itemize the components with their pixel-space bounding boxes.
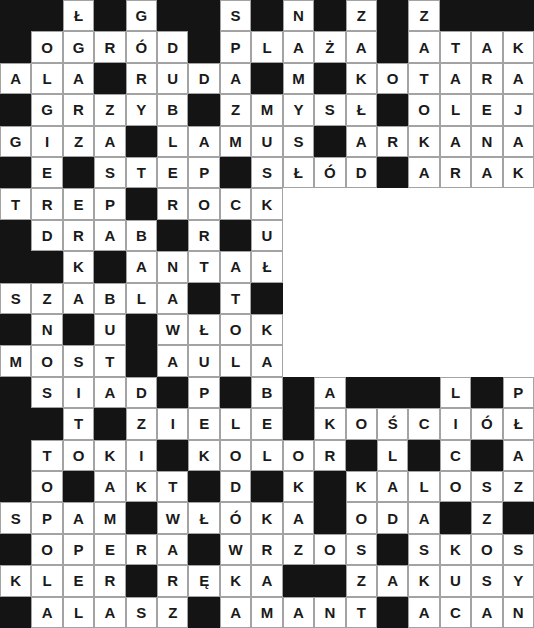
letter-cell-r18-c1[interactable]: L [31,565,62,596]
letter-cell-r1-c11[interactable]: A [346,31,377,62]
blocked-cell-r18-c10 [314,565,345,596]
letter-cell-r1-c4[interactable]: Ó [126,31,157,62]
blocked-cell-r5-c7 [220,157,251,188]
blocked-cell-r17-c0 [0,534,31,565]
letter-cell-r5-c1[interactable]: E [31,157,62,188]
letter-cell-r14-c10[interactable]: R [314,440,345,471]
letter-cell-r4-c2[interactable]: Z [63,126,94,157]
letter-cell-r7-c1[interactable]: D [31,220,62,251]
letter-cell-r6-c8[interactable]: K [251,188,282,219]
letter-cell-r4-c13[interactable]: K [408,126,439,157]
blocked-cell-r3-c0 [0,94,31,125]
letter-cell-r12-c16[interactable]: P [503,377,534,408]
letter-cell-r3-c3[interactable]: Z [94,94,125,125]
blocked-cell-r14-c13 [408,440,439,471]
letter-cell-r19-c11[interactable]: T [346,597,377,628]
blocked-cell-r0-c5 [157,0,188,31]
letter-cell-r0-c7[interactable]: S [220,0,251,31]
letter-cell-r4-c7[interactable]: M [220,126,251,157]
letter-cell-r5-c5[interactable]: E [157,157,188,188]
letter-cell-r13-c11[interactable]: O [346,408,377,439]
void-r11-c10 [314,345,345,376]
letter-cell-r15-c9[interactable]: K [283,471,314,502]
blocked-cell-r19-c0 [0,597,31,628]
letter-cell-r4-c8[interactable]: U [251,126,282,157]
letter-cell-r5-c9[interactable]: Ł [283,157,314,188]
letter-cell-r1-c14[interactable]: T [440,31,471,62]
letter-cell-r13-c8[interactable]: E [251,408,282,439]
letter-cell-r1-c10[interactable]: Ż [314,31,345,62]
letter-cell-r15-c3[interactable]: A [94,471,125,502]
void-r11-c12 [377,345,408,376]
void-r6-c9 [283,188,314,219]
letter-cell-r4-c9[interactable]: S [283,126,314,157]
blocked-cell-r4-c10 [314,126,345,157]
letter-cell-r1-c3[interactable]: R [94,31,125,62]
blocked-cell-r14-c15 [471,440,502,471]
letter-cell-r8-c8[interactable]: Ł [251,251,282,282]
letter-cell-r16-c13[interactable]: A [408,502,439,533]
letter-cell-r14-c3[interactable]: K [94,440,125,471]
letter-cell-r19-c5[interactable]: Z [157,597,188,628]
letter-cell-r17-c7[interactable]: W [220,534,251,565]
void-r9-c10 [314,283,345,314]
letter-cell-r13-c2[interactable]: T [63,408,94,439]
letter-cell-r7-c3[interactable]: A [94,220,125,251]
letter-cell-r12-c3[interactable]: A [94,377,125,408]
letter-cell-r19-c15[interactable]: A [471,597,502,628]
void-r9-c14 [440,283,471,314]
void-r7-c15 [471,220,502,251]
letter-cell-r11-c3[interactable]: T [94,345,125,376]
letter-cell-r10-c7[interactable]: O [220,314,251,345]
letter-cell-r3-c13[interactable]: O [408,94,439,125]
letter-cell-r4-c11[interactable]: A [346,126,377,157]
letter-cell-r9-c4[interactable]: L [126,283,157,314]
void-r6-c13 [408,188,439,219]
letter-cell-r11-c7[interactable]: L [220,345,251,376]
void-r10-c12 [377,314,408,345]
letter-cell-r18-c12[interactable]: A [377,565,408,596]
letter-cell-r13-c7[interactable]: L [220,408,251,439]
letter-cell-r3-c10[interactable]: S [314,94,345,125]
letter-cell-r19-c16[interactable]: N [503,597,534,628]
letter-cell-r2-c13[interactable]: T [408,63,439,94]
letter-cell-r7-c6[interactable]: R [188,220,219,251]
letter-cell-r17-c1[interactable]: O [31,534,62,565]
blocked-cell-r11-c4 [126,345,157,376]
letter-cell-r16-c8[interactable]: K [251,502,282,533]
letter-cell-r1-c8[interactable]: L [251,31,282,62]
void-r11-c14 [440,345,471,376]
letter-cell-r3-c2[interactable]: R [63,94,94,125]
void-r10-c13 [408,314,439,345]
letter-cell-r19-c10[interactable]: N [314,597,345,628]
letter-cell-r1-c1[interactable]: O [31,31,62,62]
blocked-cell-r12-c7 [220,377,251,408]
letter-cell-r18-c5[interactable]: R [157,565,188,596]
void-r8-c12 [377,251,408,282]
letter-cell-r16-c11[interactable]: O [346,502,377,533]
void-r6-c14 [440,188,471,219]
letter-cell-r13-c15[interactable]: Ó [471,408,502,439]
letter-cell-r2-c1[interactable]: L [31,63,62,94]
letter-cell-r1-c9[interactable]: A [283,31,314,62]
void-r8-c13 [408,251,439,282]
letter-cell-r16-c7[interactable]: Ó [220,502,251,533]
letter-cell-r4-c0[interactable]: G [0,126,31,157]
blocked-cell-r15-c8 [251,471,282,502]
letter-cell-r19-c14[interactable]: C [440,597,471,628]
letter-cell-r5-c14[interactable]: R [440,157,471,188]
blocked-cell-r17-c12 [377,534,408,565]
letter-cell-r1-c7[interactable]: P [220,31,251,62]
letter-cell-r9-c0[interactable]: S [0,283,31,314]
void-r8-c14 [440,251,471,282]
letter-cell-r15-c7[interactable]: D [220,471,251,502]
letter-cell-r15-c15[interactable]: S [471,471,502,502]
letter-cell-r16-c6[interactable]: Ł [188,502,219,533]
letter-cell-r14-c1[interactable]: T [31,440,62,471]
letter-cell-r11-c1[interactable]: O [31,345,62,376]
letter-cell-r13-c14[interactable]: I [440,408,471,439]
void-r7-c16 [503,220,534,251]
blocked-cell-r16-c16 [503,502,534,533]
letter-cell-r6-c1[interactable]: R [31,188,62,219]
letter-cell-r10-c1[interactable]: N [31,314,62,345]
letter-cell-r18-c16[interactable]: Y [503,565,534,596]
letter-cell-r18-c8[interactable]: A [251,565,282,596]
letter-cell-r2-c12[interactable]: O [377,63,408,94]
letter-cell-r19-c2[interactable]: L [63,597,94,628]
letter-cell-r5-c13[interactable]: A [408,157,439,188]
letter-cell-r3-c5[interactable]: B [157,94,188,125]
letter-cell-r3-c4[interactable]: Y [126,94,157,125]
letter-cell-r4-c14[interactable]: A [440,126,471,157]
letter-cell-r18-c14[interactable]: U [440,565,471,596]
blocked-cell-r0-c6 [188,0,219,31]
letter-cell-r6-c2[interactable]: E [63,188,94,219]
letter-cell-r12-c14[interactable]: L [440,377,471,408]
letter-cell-r0-c9[interactable]: N [283,0,314,31]
blocked-cell-r13-c3 [94,408,125,439]
letter-cell-r11-c8[interactable]: A [251,345,282,376]
blocked-cell-r2-c3 [94,63,125,94]
letter-cell-r15-c4[interactable]: K [126,471,157,502]
letter-cell-r13-c16[interactable]: Ł [503,408,534,439]
letter-cell-r16-c1[interactable]: P [31,502,62,533]
letter-cell-r2-c16[interactable]: A [503,63,534,94]
void-r7-c11 [346,220,377,251]
letter-cell-r16-c3[interactable]: M [94,502,125,533]
letter-cell-r12-c1[interactable]: S [31,377,62,408]
letter-cell-r14-c2[interactable]: O [63,440,94,471]
letter-cell-r5-c16[interactable]: K [503,157,534,188]
void-r10-c14 [440,314,471,345]
letter-cell-r6-c0[interactable]: T [0,188,31,219]
void-r6-c16 [503,188,534,219]
void-r11-c11 [346,345,377,376]
letter-cell-r2-c4[interactable]: R [126,63,157,94]
letter-cell-r4-c3[interactable]: A [94,126,125,157]
letter-cell-r5-c11[interactable]: D [346,157,377,188]
letter-cell-r13-c13[interactable]: C [408,408,439,439]
blocked-cell-r0-c15 [471,0,502,31]
letter-cell-r4-c6[interactable]: A [188,126,219,157]
letter-cell-r10-c6[interactable]: Ł [188,314,219,345]
letter-cell-r2-c5[interactable]: U [157,63,188,94]
void-r6-c11 [346,188,377,219]
letter-cell-r14-c6[interactable]: K [188,440,219,471]
letter-cell-r9-c3[interactable]: B [94,283,125,314]
blocked-cell-r2-c10 [314,63,345,94]
letter-cell-r10-c3[interactable]: U [94,314,125,345]
letter-cell-r1-c5[interactable]: D [157,31,188,62]
letter-cell-r19-c3[interactable]: A [94,597,125,628]
blocked-cell-r1-c6 [188,31,219,62]
letter-cell-r15-c13[interactable]: L [408,471,439,502]
letter-cell-r1-c16[interactable]: K [503,31,534,62]
letter-cell-r19-c1[interactable]: A [31,597,62,628]
letter-cell-r11-c0[interactable]: M [0,345,31,376]
letter-cell-r16-c12[interactable]: D [377,502,408,533]
letter-cell-r4-c12[interactable]: R [377,126,408,157]
letter-cell-r17-c4[interactable]: R [126,534,157,565]
letter-cell-r19-c9[interactable]: A [283,597,314,628]
letter-cell-r7-c8[interactable]: U [251,220,282,251]
letter-cell-r17-c16[interactable]: S [503,534,534,565]
void-r8-c11 [346,251,377,282]
letter-cell-r1-c15[interactable]: A [471,31,502,62]
blocked-cell-r12-c11 [346,377,377,408]
letter-cell-r2-c0[interactable]: A [0,63,31,94]
letter-cell-r11-c2[interactable]: S [63,345,94,376]
void-r9-c15 [471,283,502,314]
void-r8-c10 [314,251,345,282]
letter-cell-r18-c11[interactable]: Z [346,565,377,596]
letter-cell-r5-c4[interactable]: T [126,157,157,188]
blocked-cell-r0-c12 [377,0,408,31]
letter-cell-r13-c6[interactable]: E [188,408,219,439]
letter-cell-r9-c7[interactable]: T [220,283,251,314]
blocked-cell-r10-c0 [0,314,31,345]
letter-cell-r3-c1[interactable]: G [31,94,62,125]
void-r7-c12 [377,220,408,251]
void-r10-c11 [346,314,377,345]
letter-cell-r14-c9[interactable]: O [283,440,314,471]
letter-cell-r15-c11[interactable]: K [346,471,377,502]
blocked-cell-r19-c12 [377,597,408,628]
letter-cell-r19-c8[interactable]: M [251,597,282,628]
letter-cell-r4-c16[interactable]: A [503,126,534,157]
void-r9-c11 [346,283,377,314]
letter-cell-r3-c7[interactable]: Z [220,94,251,125]
blocked-cell-r5-c12 [377,157,408,188]
letter-cell-r1-c13[interactable]: A [408,31,439,62]
letter-cell-r12-c6[interactable]: P [188,377,219,408]
letter-cell-r19-c7[interactable]: A [220,597,251,628]
letter-cell-r11-c6[interactable]: U [188,345,219,376]
letter-cell-r15-c12[interactable]: A [377,471,408,502]
letter-cell-r4-c5[interactable]: L [157,126,188,157]
letter-cell-r17-c13[interactable]: S [408,534,439,565]
letter-cell-r2-c11[interactable]: K [346,63,377,94]
letter-cell-r13-c5[interactable]: I [157,408,188,439]
void-r10-c10 [314,314,345,345]
blocked-cell-r13-c0 [0,408,31,439]
letter-cell-r9-c5[interactable]: A [157,283,188,314]
blocked-cell-r1-c12 [377,31,408,62]
blocked-cell-r0-c10 [314,0,345,31]
letter-cell-r5-c10[interactable]: Ó [314,157,345,188]
letter-cell-r15-c5[interactable]: T [157,471,188,502]
blocked-cell-r16-c4 [126,502,157,533]
letter-cell-r2-c7[interactable]: A [220,63,251,94]
letter-cell-r5-c3[interactable]: S [94,157,125,188]
letter-cell-r0-c2[interactable]: Ł [63,0,94,31]
letter-cell-r8-c2[interactable]: K [63,251,94,282]
letter-cell-r8-c5[interactable]: N [157,251,188,282]
blocked-cell-r19-c6 [188,597,219,628]
letter-cell-r3-c16[interactable]: J [503,94,534,125]
letter-cell-r14-c7[interactable]: O [220,440,251,471]
void-r9-c16 [503,283,534,314]
letter-cell-r5-c15[interactable]: A [471,157,502,188]
letter-cell-r8-c6[interactable]: T [188,251,219,282]
letter-cell-r3-c11[interactable]: Ł [346,94,377,125]
letter-cell-r16-c0[interactable]: S [0,502,31,533]
letter-cell-r8-c4[interactable]: A [126,251,157,282]
letter-cell-r12-c8[interactable]: B [251,377,282,408]
letter-cell-r7-c2[interactable]: R [63,220,94,251]
letter-cell-r18-c0[interactable]: K [0,565,31,596]
letter-cell-r0-c11[interactable]: Z [346,0,377,31]
letter-cell-r13-c4[interactable]: Z [126,408,157,439]
letter-cell-r12-c10[interactable]: A [314,377,345,408]
blocked-cell-r15-c10 [314,471,345,502]
letter-cell-r17-c11[interactable]: S [346,534,377,565]
blocked-cell-r14-c0 [0,440,31,471]
blocked-cell-r16-c14 [440,502,471,533]
letter-cell-r18-c13[interactable]: K [408,565,439,596]
letter-cell-r12-c4[interactable]: D [126,377,157,408]
letter-cell-r5-c8[interactable]: S [251,157,282,188]
letter-cell-r17-c8[interactable]: R [251,534,282,565]
letter-cell-r11-c5[interactable]: A [157,345,188,376]
letter-cell-r18-c2[interactable]: E [63,565,94,596]
blocked-cell-r0-c0 [0,0,31,31]
letter-cell-r15-c1[interactable]: O [31,471,62,502]
letter-cell-r3-c15[interactable]: E [471,94,502,125]
letter-cell-r0-c4[interactable]: G [126,0,157,31]
letter-cell-r16-c2[interactable]: A [63,502,94,533]
blocked-cell-r10-c2 [63,314,94,345]
letter-cell-r14-c14[interactable]: C [440,440,471,471]
letter-cell-r0-c13[interactable]: Z [408,0,439,31]
letter-cell-r9-c1[interactable]: Z [31,283,62,314]
void-r10-c15 [471,314,502,345]
letter-cell-r9-c2[interactable]: A [63,283,94,314]
letter-cell-r2-c14[interactable]: A [440,63,471,94]
letter-cell-r10-c5[interactable]: W [157,314,188,345]
letter-cell-r8-c7[interactable]: A [220,251,251,282]
blocked-cell-r9-c6 [188,283,219,314]
letter-cell-r5-c6[interactable]: P [188,157,219,188]
blocked-cell-r0-c1 [31,0,62,31]
blocked-cell-r6-c4 [126,188,157,219]
blocked-cell-r14-c11 [346,440,377,471]
letter-cell-r2-c2[interactable]: A [63,63,94,94]
letter-cell-r15-c14[interactable]: O [440,471,471,502]
letter-cell-r17-c2[interactable]: P [63,534,94,565]
letter-cell-r3-c8[interactable]: M [251,94,282,125]
letter-cell-r4-c1[interactable]: I [31,126,62,157]
letter-cell-r3-c9[interactable]: Y [283,94,314,125]
letter-cell-r17-c15[interactable]: O [471,534,502,565]
letter-cell-r16-c5[interactable]: W [157,502,188,533]
letter-cell-r2-c9[interactable]: M [283,63,314,94]
letter-cell-r13-c12[interactable]: Ś [377,408,408,439]
letter-cell-r18-c15[interactable]: S [471,565,502,596]
blocked-cell-r7-c5 [157,220,188,251]
letter-cell-r17-c9[interactable]: Z [283,534,314,565]
letter-cell-r6-c7[interactable]: C [220,188,251,219]
letter-cell-r18-c6[interactable]: Ę [188,565,219,596]
letter-cell-r18-c3[interactable]: R [94,565,125,596]
letter-cell-r14-c16[interactable]: A [503,440,534,471]
blocked-cell-r7-c7 [220,220,251,251]
letter-cell-r4-c15[interactable]: N [471,126,502,157]
letter-cell-r10-c8[interactable]: K [251,314,282,345]
letter-cell-r13-c10[interactable]: K [314,408,345,439]
letter-cell-r6-c6[interactable]: O [188,188,219,219]
letter-cell-r6-c3[interactable]: P [94,188,125,219]
letter-cell-r17-c3[interactable]: E [94,534,125,565]
letter-cell-r2-c6[interactable]: D [188,63,219,94]
letter-cell-r17-c10[interactable]: O [314,534,345,565]
letter-cell-r19-c13[interactable]: A [408,597,439,628]
blocked-cell-r0-c8 [251,0,282,31]
letter-cell-r18-c7[interactable]: K [220,565,251,596]
letter-cell-r17-c14[interactable]: K [440,534,471,565]
letter-cell-r14-c12[interactable]: L [377,440,408,471]
letter-cell-r1-c2[interactable]: G [63,31,94,62]
void-r9-c12 [377,283,408,314]
blocked-cell-r0-c16 [503,0,534,31]
letter-cell-r16-c9[interactable]: A [283,502,314,533]
blocked-cell-r0-c14 [440,0,471,31]
letter-cell-r12-c2[interactable]: I [63,377,94,408]
letter-cell-r14-c4[interactable]: I [126,440,157,471]
letter-cell-r7-c4[interactable]: B [126,220,157,251]
letter-cell-r2-c15[interactable]: R [471,63,502,94]
void-r6-c12 [377,188,408,219]
void-r8-c9 [283,251,314,282]
void-r9-c13 [408,283,439,314]
letter-cell-r3-c14[interactable]: L [440,94,471,125]
letter-cell-r14-c8[interactable]: L [251,440,282,471]
void-r10-c9 [283,314,314,345]
letter-cell-r6-c5[interactable]: R [157,188,188,219]
letter-cell-r16-c15[interactable]: Z [471,502,502,533]
letter-cell-r17-c5[interactable]: A [157,534,188,565]
letter-cell-r19-c4[interactable]: S [126,597,157,628]
void-r7-c14 [440,220,471,251]
blocked-cell-r18-c4 [126,565,157,596]
void-r8-c15 [471,251,502,282]
blocked-cell-r8-c1 [31,251,62,282]
letter-cell-r15-c16[interactable]: Z [503,471,534,502]
